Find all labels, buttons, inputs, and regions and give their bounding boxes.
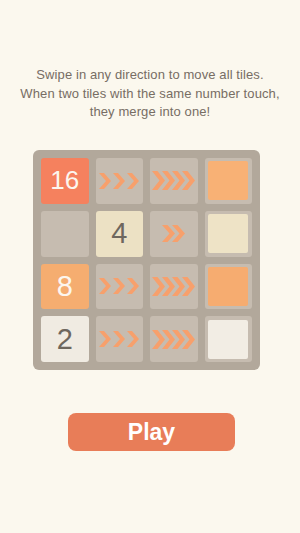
chevron-arrows-icon <box>99 331 139 347</box>
target-landing-preview <box>208 320 248 359</box>
instruction-line-2: When two tiles with the same number touc… <box>0 85 300 104</box>
target-landing-preview <box>208 161 248 200</box>
arrow-trail-2 <box>150 211 198 257</box>
tile-4: 4 <box>96 211 144 257</box>
play-button[interactable]: Play <box>68 413 235 451</box>
arrow-trail-4 <box>150 158 198 204</box>
chevron-arrows-icon <box>162 225 185 242</box>
target-cell <box>205 316 253 362</box>
target-cell <box>205 158 253 204</box>
arrow-trail-3 <box>96 264 144 310</box>
arrow-trail-3 <box>96 316 144 362</box>
chevron-arrows-icon <box>99 278 139 294</box>
target-cell <box>205 264 253 310</box>
target-landing-preview <box>208 214 248 253</box>
tile-16: 16 <box>41 158 89 204</box>
instruction-line-1: Swipe in any direction to move all tiles… <box>0 66 300 85</box>
tutorial-instructions: Swipe in any direction to move all tiles… <box>0 66 300 122</box>
empty-cell <box>41 211 89 257</box>
tile-2: 2 <box>41 316 89 362</box>
target-cell <box>205 211 253 257</box>
play-button-label: Play <box>128 419 175 446</box>
board: 16482 <box>33 150 260 370</box>
arrow-trail-4 <box>150 264 198 310</box>
chevron-arrows-icon <box>152 171 195 190</box>
tile-8: 8 <box>41 264 89 310</box>
chevron-arrows-icon <box>99 173 139 189</box>
arrow-trail-4 <box>150 316 198 362</box>
chevron-arrows-icon <box>152 277 195 296</box>
instruction-line-3: they merge into one! <box>0 103 300 122</box>
chevron-arrows-icon <box>152 330 195 349</box>
arrow-trail-3 <box>96 158 144 204</box>
target-landing-preview <box>208 267 248 306</box>
